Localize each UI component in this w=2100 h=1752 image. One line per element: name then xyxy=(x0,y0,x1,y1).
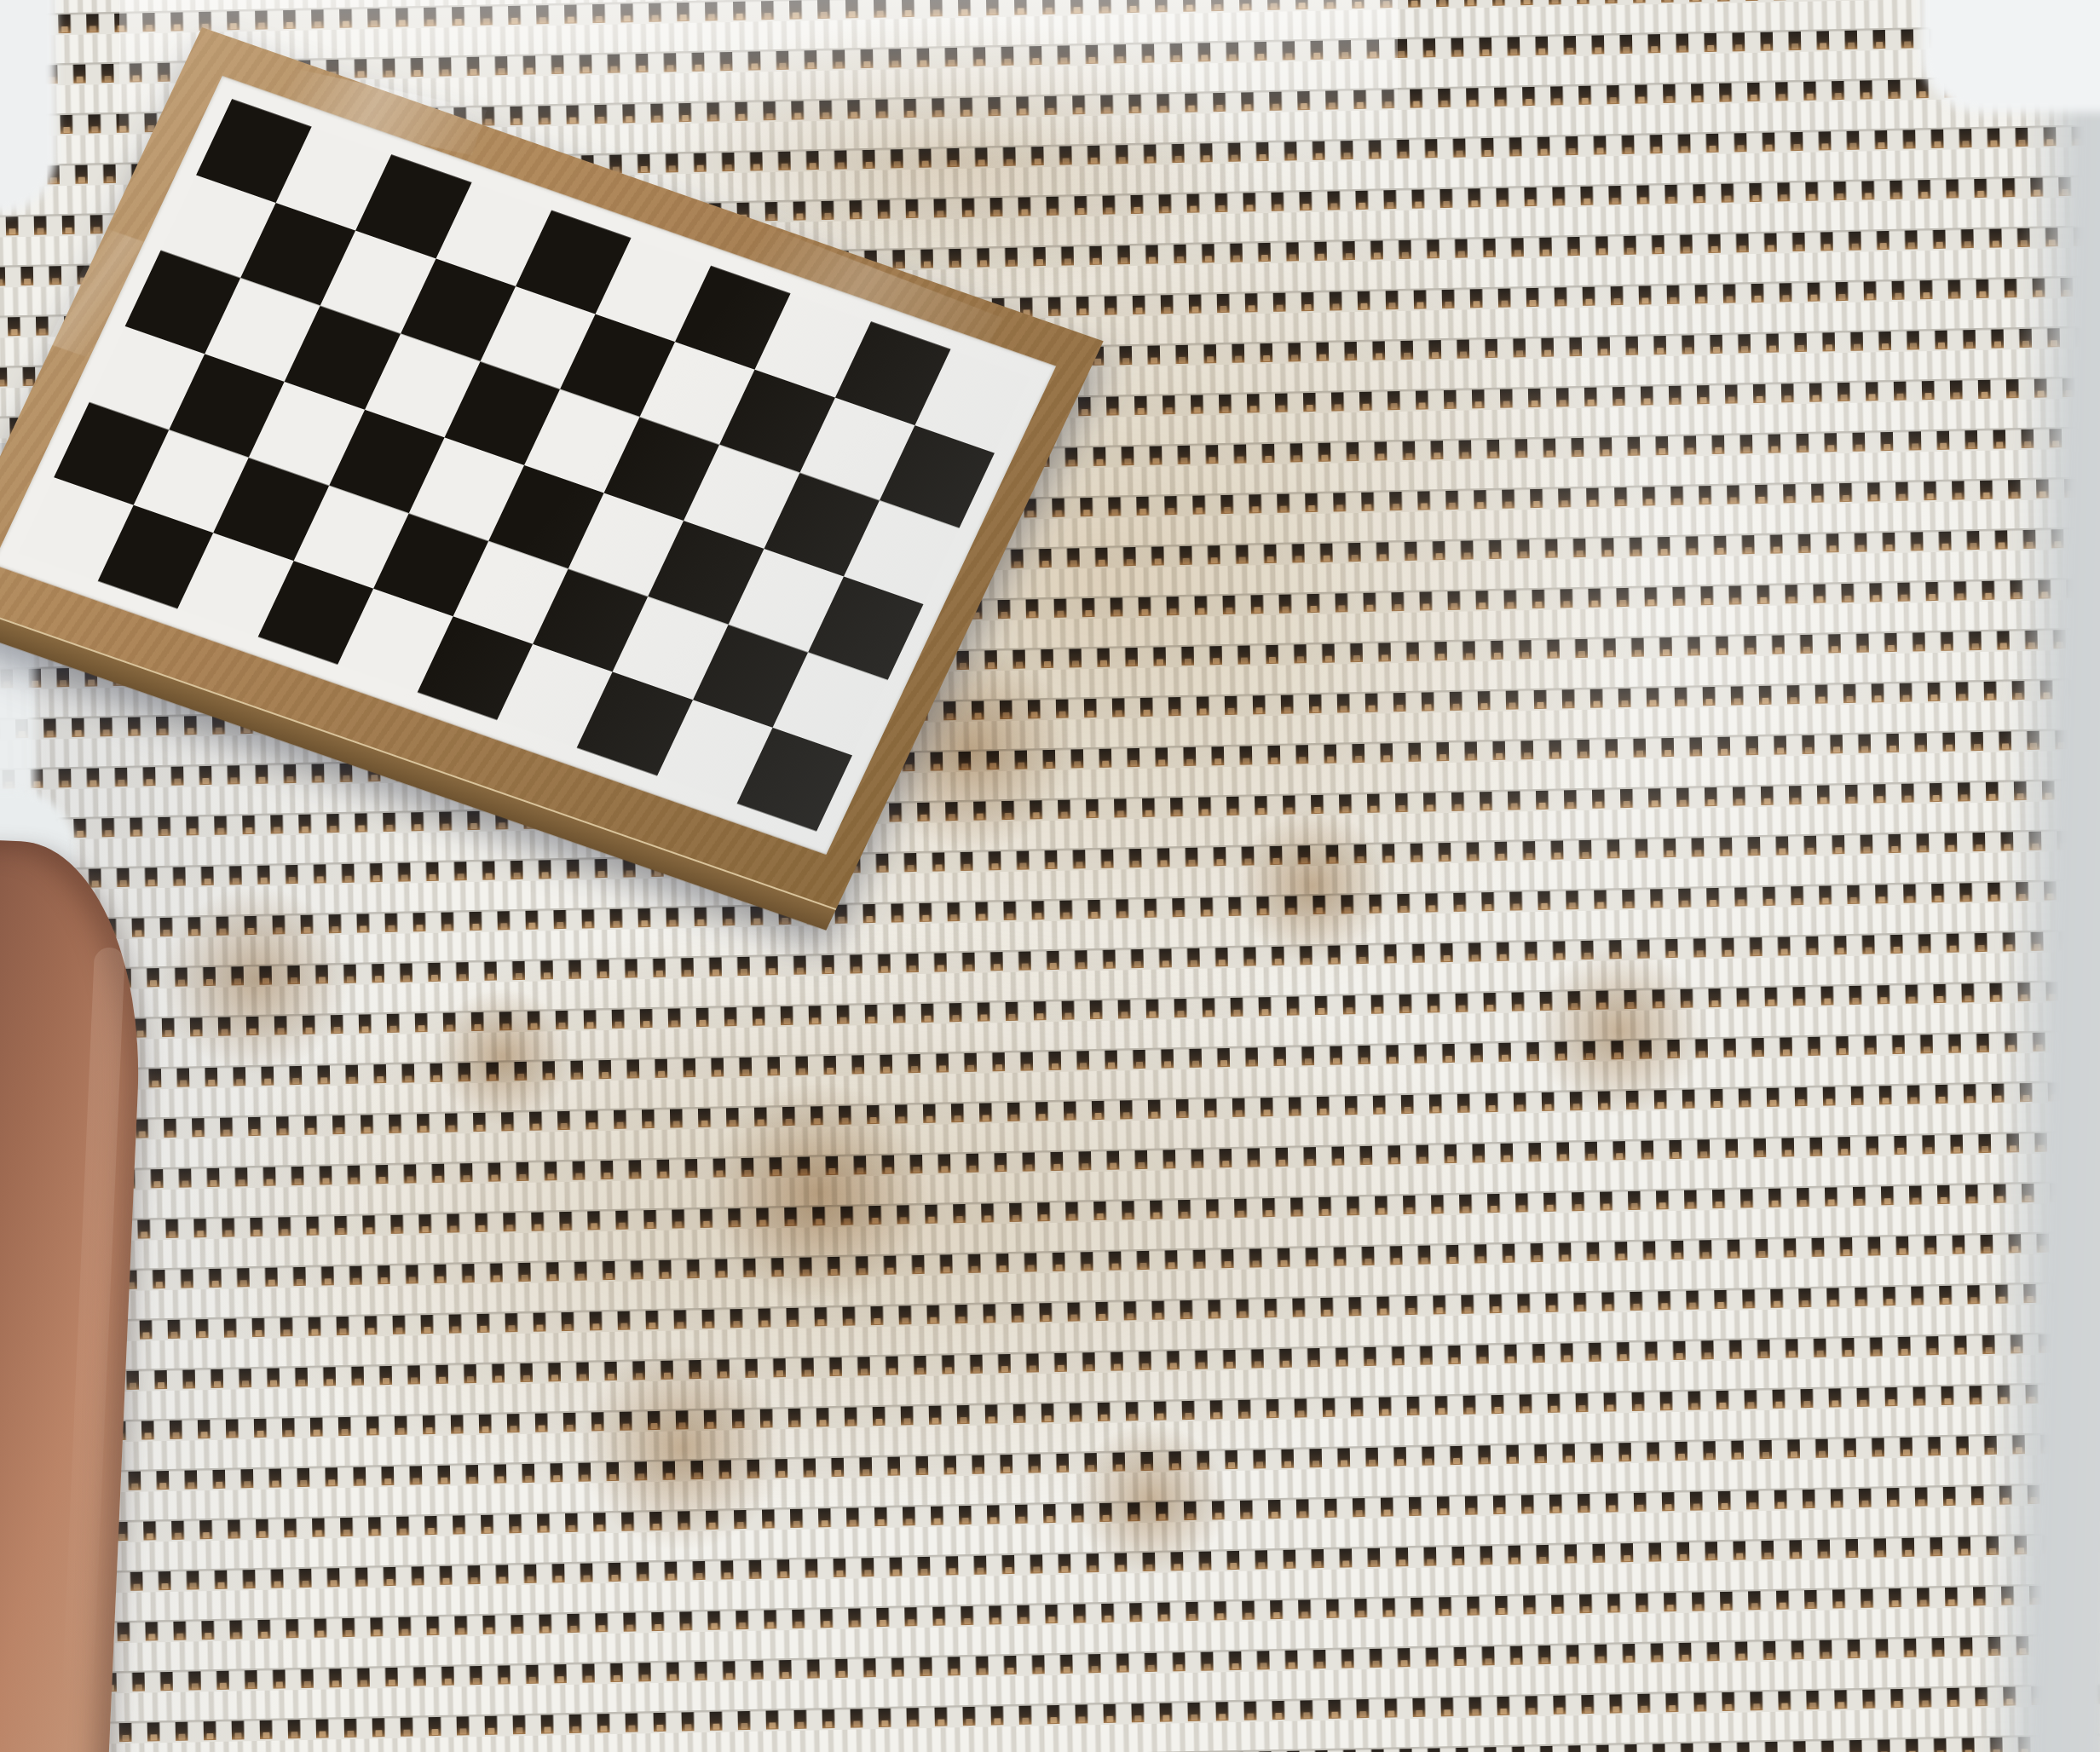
checker-square-r2c10 xyxy=(880,425,995,528)
checker-square-r5c1 xyxy=(54,402,169,505)
checker-square-r3c6 xyxy=(524,389,639,493)
checker-square-r3c1 xyxy=(125,251,240,354)
checker-square-r2c7 xyxy=(640,342,756,445)
checker-square-r4c10 xyxy=(808,576,923,679)
checker-square-r3c10 xyxy=(844,501,959,604)
checker-square-r1c6 xyxy=(596,238,711,341)
checker-square-r6c9 xyxy=(657,700,772,804)
checker-square-r1c8 xyxy=(755,294,870,397)
checker-square-r4c2 xyxy=(170,354,286,457)
checker-square-r1c2 xyxy=(276,127,391,230)
checker-square-r5c7 xyxy=(533,568,649,671)
checker-square-r6c2 xyxy=(98,505,213,608)
checker-square-r4c1 xyxy=(89,326,205,429)
checker-square-r1c9 xyxy=(835,321,950,424)
checker-square-r2c2 xyxy=(240,203,356,306)
checker-square-r4c7 xyxy=(568,493,684,596)
checker-square-r6c8 xyxy=(577,672,692,775)
checker-square-r3c2 xyxy=(205,279,320,382)
checker-square-r4c4 xyxy=(329,410,445,513)
checker-square-r3c3 xyxy=(285,306,400,409)
checker-square-r6c3 xyxy=(178,533,293,637)
checker-square-r1c1 xyxy=(196,99,311,202)
checker-square-r2c6 xyxy=(560,314,676,417)
checker-square-r6c5 xyxy=(337,589,453,692)
belt-edge-top-right-corner xyxy=(1921,0,2100,112)
checker-square-r4c3 xyxy=(249,382,365,485)
checker-square-r3c4 xyxy=(365,334,480,437)
checker-square-r5c4 xyxy=(293,486,409,589)
checker-square-r2c1 xyxy=(160,175,275,278)
checker-square-r3c9 xyxy=(764,473,879,576)
belt-edge-top-left-corner xyxy=(0,0,56,213)
checker-square-r4c9 xyxy=(728,549,844,652)
checker-square-r4c5 xyxy=(409,437,524,540)
checker-square-r5c2 xyxy=(134,429,250,533)
checker-square-r6c1 xyxy=(18,478,133,581)
checker-square-r6c7 xyxy=(497,644,612,747)
checker-square-r2c9 xyxy=(799,397,915,500)
checker-square-r3c7 xyxy=(604,418,719,521)
checker-square-r1c5 xyxy=(516,210,631,314)
checker-square-r1c3 xyxy=(356,154,471,257)
photo-scene xyxy=(0,0,2100,1752)
checker-square-r5c9 xyxy=(692,625,808,728)
checker-square-r1c7 xyxy=(675,266,790,369)
checker-square-r2c8 xyxy=(719,369,835,472)
checker-square-r5c6 xyxy=(453,541,568,644)
checker-square-r3c8 xyxy=(684,445,799,548)
checker-square-r1c10 xyxy=(914,349,1030,452)
checker-square-r4c6 xyxy=(488,465,604,568)
checker-square-r4c8 xyxy=(649,521,764,624)
checker-square-r2c5 xyxy=(480,286,595,389)
checker-square-r5c10 xyxy=(772,652,887,755)
checker-square-r2c4 xyxy=(401,258,516,361)
checker-square-r1c4 xyxy=(436,182,551,285)
checker-square-r5c8 xyxy=(613,596,729,700)
checker-square-r2c3 xyxy=(320,230,436,333)
checker-square-r5c3 xyxy=(213,458,329,561)
checker-square-r6c4 xyxy=(257,561,372,664)
checker-square-r5c5 xyxy=(373,513,488,616)
checker-square-r6c10 xyxy=(736,728,851,831)
checker-square-r6c6 xyxy=(418,617,533,720)
checker-square-r3c5 xyxy=(444,361,559,464)
